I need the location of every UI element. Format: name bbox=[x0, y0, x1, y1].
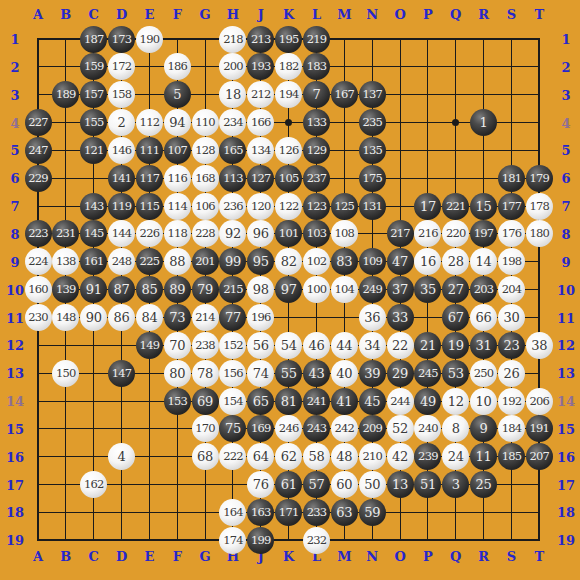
move-number: 85 bbox=[141, 283, 157, 296]
stone-A6[interactable]: 229 bbox=[25, 165, 52, 192]
stone-A8[interactable]: 223 bbox=[25, 220, 52, 247]
move-number: 4 bbox=[118, 450, 126, 463]
row-label-right-15: 15 bbox=[557, 422, 575, 435]
stone-N18[interactable]: 59 bbox=[359, 499, 386, 526]
move-number: 109 bbox=[362, 255, 382, 268]
row-label-right-18: 18 bbox=[557, 506, 575, 519]
stone-R14[interactable]: 10 bbox=[470, 388, 497, 415]
stone-N9[interactable]: 109 bbox=[359, 248, 386, 275]
stone-D7[interactable]: 119 bbox=[108, 193, 135, 220]
move-number: 18 bbox=[225, 88, 241, 101]
stone-O17[interactable]: 13 bbox=[387, 471, 414, 498]
col-label-bottom-C: C bbox=[89, 550, 99, 563]
row-label-left-19: 19 bbox=[6, 534, 24, 547]
stone-F11[interactable]: 73 bbox=[164, 304, 191, 331]
stone-F12[interactable]: 70 bbox=[164, 332, 191, 359]
move-number: 127 bbox=[251, 172, 271, 185]
move-number: 170 bbox=[195, 422, 215, 435]
col-label-top-A: A bbox=[33, 8, 43, 21]
stone-N12[interactable]: 34 bbox=[359, 332, 386, 359]
move-number: 196 bbox=[251, 311, 271, 324]
stone-F7[interactable]: 114 bbox=[164, 193, 191, 220]
stone-B13[interactable]: 150 bbox=[52, 360, 79, 387]
move-number: 221 bbox=[446, 200, 466, 213]
move-number: 50 bbox=[364, 478, 380, 491]
stone-F4[interactable]: 94 bbox=[164, 109, 191, 136]
move-number: 37 bbox=[392, 283, 408, 296]
stone-L7[interactable]: 123 bbox=[303, 193, 330, 220]
move-number: 100 bbox=[307, 283, 327, 296]
move-number: 189 bbox=[56, 88, 76, 101]
stone-N4[interactable]: 235 bbox=[359, 109, 386, 136]
stone-M16[interactable]: 48 bbox=[331, 443, 358, 470]
stone-M9[interactable]: 83 bbox=[331, 248, 358, 275]
move-number: 177 bbox=[502, 200, 522, 213]
stone-M10[interactable]: 104 bbox=[331, 276, 358, 303]
stone-K5[interactable]: 126 bbox=[275, 137, 302, 164]
move-number: 247 bbox=[28, 144, 48, 157]
move-number: 111 bbox=[140, 144, 160, 157]
stone-F14[interactable]: 153 bbox=[164, 388, 191, 415]
stone-T6[interactable]: 179 bbox=[526, 165, 553, 192]
move-number: 180 bbox=[530, 227, 550, 240]
move-number: 3 bbox=[452, 478, 460, 491]
stone-N3[interactable]: 137 bbox=[359, 81, 386, 108]
stone-L6[interactable]: 237 bbox=[303, 165, 330, 192]
stone-N7[interactable]: 131 bbox=[359, 193, 386, 220]
stone-O10[interactable]: 37 bbox=[387, 276, 414, 303]
stone-R11[interactable]: 66 bbox=[470, 304, 497, 331]
stone-F10[interactable]: 89 bbox=[164, 276, 191, 303]
stone-Q7[interactable]: 221 bbox=[442, 193, 469, 220]
row-label-left-14: 14 bbox=[6, 395, 24, 408]
stone-S10[interactable]: 204 bbox=[498, 276, 525, 303]
row-label-right-10: 10 bbox=[557, 283, 575, 296]
stone-F9[interactable]: 88 bbox=[164, 248, 191, 275]
move-number: 138 bbox=[56, 255, 76, 268]
move-number: 209 bbox=[362, 422, 382, 435]
move-number: 61 bbox=[281, 478, 297, 491]
stone-N10[interactable]: 249 bbox=[359, 276, 386, 303]
stone-O15[interactable]: 52 bbox=[387, 415, 414, 442]
move-number: 49 bbox=[420, 395, 436, 408]
move-number: 54 bbox=[281, 339, 297, 352]
move-number: 238 bbox=[195, 339, 215, 352]
stone-K12[interactable]: 54 bbox=[275, 332, 302, 359]
move-number: 2 bbox=[118, 116, 126, 129]
stone-J19[interactable]: 199 bbox=[247, 527, 274, 554]
col-label-top-F: F bbox=[173, 8, 182, 21]
stone-L1[interactable]: 219 bbox=[303, 26, 330, 53]
move-number: 96 bbox=[253, 227, 269, 240]
stone-G10[interactable]: 79 bbox=[192, 276, 219, 303]
stone-G15[interactable]: 170 bbox=[192, 415, 219, 442]
stone-G5[interactable]: 128 bbox=[192, 137, 219, 164]
move-number: 157 bbox=[84, 88, 104, 101]
col-label-bottom-K: K bbox=[283, 550, 294, 563]
stone-C5[interactable]: 121 bbox=[80, 137, 107, 164]
stone-E4[interactable]: 112 bbox=[136, 109, 163, 136]
col-label-bottom-A: A bbox=[33, 550, 43, 563]
stone-T7[interactable]: 178 bbox=[526, 193, 553, 220]
stone-O13[interactable]: 29 bbox=[387, 360, 414, 387]
move-number: 39 bbox=[364, 367, 380, 380]
stone-A11[interactable]: 230 bbox=[25, 304, 52, 331]
stone-D10[interactable]: 87 bbox=[108, 276, 135, 303]
stone-N6[interactable]: 175 bbox=[359, 165, 386, 192]
move-number: 219 bbox=[307, 33, 327, 46]
move-number: 40 bbox=[336, 367, 352, 380]
stone-L5[interactable]: 129 bbox=[303, 137, 330, 164]
col-label-bottom-E: E bbox=[144, 550, 154, 563]
stone-E1[interactable]: 190 bbox=[136, 26, 163, 53]
stone-R13[interactable]: 250 bbox=[470, 360, 497, 387]
stone-F8[interactable]: 118 bbox=[164, 220, 191, 247]
stone-J7[interactable]: 120 bbox=[247, 193, 274, 220]
move-number: 248 bbox=[112, 255, 132, 268]
stone-M18[interactable]: 63 bbox=[331, 499, 358, 526]
move-number: 5 bbox=[173, 88, 181, 101]
move-number: 178 bbox=[530, 200, 550, 213]
stone-K6[interactable]: 105 bbox=[275, 165, 302, 192]
move-number: 207 bbox=[530, 450, 550, 463]
stone-P7[interactable]: 17 bbox=[414, 193, 441, 220]
move-number: 88 bbox=[169, 255, 185, 268]
move-number: 110 bbox=[195, 116, 215, 129]
move-number: 47 bbox=[392, 255, 408, 268]
stone-J6[interactable]: 127 bbox=[247, 165, 274, 192]
stone-S14[interactable]: 192 bbox=[498, 388, 525, 415]
col-label-bottom-B: B bbox=[60, 550, 71, 563]
stone-J12[interactable]: 56 bbox=[247, 332, 274, 359]
stone-T8[interactable]: 180 bbox=[526, 220, 553, 247]
stone-S7[interactable]: 177 bbox=[498, 193, 525, 220]
move-number: 105 bbox=[279, 172, 299, 185]
stone-L18[interactable]: 233 bbox=[303, 499, 330, 526]
stone-H7[interactable]: 236 bbox=[219, 193, 246, 220]
stone-D4[interactable]: 2 bbox=[108, 109, 135, 136]
move-number: 29 bbox=[392, 367, 408, 380]
col-label-bottom-Q: Q bbox=[450, 550, 461, 563]
move-number: 174 bbox=[223, 534, 243, 547]
move-number: 57 bbox=[309, 478, 325, 491]
stone-C1[interactable]: 187 bbox=[80, 26, 107, 53]
stone-P13[interactable]: 245 bbox=[414, 360, 441, 387]
move-number: 173 bbox=[112, 33, 132, 46]
row-label-right-14: 14 bbox=[557, 395, 575, 408]
move-number: 214 bbox=[195, 311, 215, 324]
move-number: 121 bbox=[84, 144, 104, 157]
row-label-left-13: 13 bbox=[6, 367, 24, 380]
move-number: 223 bbox=[28, 227, 48, 240]
row-label-left-2: 2 bbox=[10, 60, 19, 73]
move-number: 120 bbox=[251, 200, 271, 213]
stone-H6[interactable]: 113 bbox=[219, 165, 246, 192]
move-number: 184 bbox=[502, 422, 522, 435]
move-number: 79 bbox=[197, 283, 213, 296]
stone-D13[interactable]: 147 bbox=[108, 360, 135, 387]
move-number: 179 bbox=[530, 172, 550, 185]
stone-N13[interactable]: 39 bbox=[359, 360, 386, 387]
col-label-bottom-R: R bbox=[478, 550, 489, 563]
col-label-top-D: D bbox=[116, 8, 127, 21]
move-number: 65 bbox=[253, 395, 269, 408]
stone-S12[interactable]: 23 bbox=[498, 332, 525, 359]
stone-R17[interactable]: 25 bbox=[470, 471, 497, 498]
move-number: 206 bbox=[530, 395, 550, 408]
col-label-top-T: T bbox=[534, 8, 544, 21]
move-number: 239 bbox=[418, 450, 438, 463]
stone-M12[interactable]: 44 bbox=[331, 332, 358, 359]
stone-T12[interactable]: 38 bbox=[526, 332, 553, 359]
move-number: 17 bbox=[420, 200, 436, 213]
move-number: 107 bbox=[167, 144, 187, 157]
move-number: 147 bbox=[112, 367, 132, 380]
stone-Q12[interactable]: 19 bbox=[442, 332, 469, 359]
stone-G12[interactable]: 238 bbox=[192, 332, 219, 359]
move-number: 131 bbox=[362, 200, 382, 213]
stone-F2[interactable]: 186 bbox=[164, 53, 191, 80]
move-number: 190 bbox=[140, 33, 160, 46]
stone-K18[interactable]: 171 bbox=[275, 499, 302, 526]
stone-G11[interactable]: 214 bbox=[192, 304, 219, 331]
stone-S6[interactable]: 181 bbox=[498, 165, 525, 192]
move-number: 146 bbox=[112, 144, 132, 157]
move-number: 38 bbox=[531, 339, 547, 352]
stone-F6[interactable]: 116 bbox=[164, 165, 191, 192]
move-number: 195 bbox=[279, 33, 299, 46]
stone-K14[interactable]: 81 bbox=[275, 388, 302, 415]
stone-A5[interactable]: 247 bbox=[25, 137, 52, 164]
col-label-bottom-N: N bbox=[366, 550, 378, 563]
col-label-bottom-O: O bbox=[394, 550, 405, 563]
move-number: 84 bbox=[141, 311, 157, 324]
stone-H13[interactable]: 156 bbox=[219, 360, 246, 387]
move-number: 81 bbox=[281, 395, 297, 408]
stone-G6[interactable]: 168 bbox=[192, 165, 219, 192]
move-number: 63 bbox=[336, 506, 352, 519]
stone-K7[interactable]: 122 bbox=[275, 193, 302, 220]
stone-E12[interactable]: 149 bbox=[136, 332, 163, 359]
row-label-left-12: 12 bbox=[6, 339, 24, 352]
stone-P14[interactable]: 49 bbox=[414, 388, 441, 415]
row-label-right-3: 3 bbox=[561, 88, 570, 101]
move-number: 149 bbox=[140, 339, 160, 352]
row-label-left-5: 5 bbox=[10, 144, 19, 157]
move-number: 204 bbox=[502, 283, 522, 296]
move-number: 133 bbox=[307, 116, 327, 129]
stone-J5[interactable]: 134 bbox=[247, 137, 274, 164]
stone-G14[interactable]: 69 bbox=[192, 388, 219, 415]
move-number: 224 bbox=[28, 255, 48, 268]
move-number: 51 bbox=[420, 478, 436, 491]
col-label-top-J: J bbox=[258, 8, 264, 21]
stone-Q13[interactable]: 53 bbox=[442, 360, 469, 387]
stone-J14[interactable]: 65 bbox=[247, 388, 274, 415]
stone-C7[interactable]: 143 bbox=[80, 193, 107, 220]
stone-D6[interactable]: 141 bbox=[108, 165, 135, 192]
stone-N14[interactable]: 45 bbox=[359, 388, 386, 415]
move-number: 158 bbox=[112, 88, 132, 101]
stone-T14[interactable]: 206 bbox=[526, 388, 553, 415]
stone-D1[interactable]: 173 bbox=[108, 26, 135, 53]
stone-O16[interactable]: 42 bbox=[387, 443, 414, 470]
stone-A9[interactable]: 224 bbox=[25, 248, 52, 275]
col-label-top-P: P bbox=[423, 8, 433, 21]
move-number: 237 bbox=[307, 172, 327, 185]
move-number: 101 bbox=[279, 227, 299, 240]
move-number: 53 bbox=[448, 367, 464, 380]
move-number: 185 bbox=[502, 450, 522, 463]
move-number: 194 bbox=[279, 88, 299, 101]
stone-L10[interactable]: 100 bbox=[303, 276, 330, 303]
move-number: 68 bbox=[197, 450, 213, 463]
move-number: 43 bbox=[309, 367, 325, 380]
move-number: 99 bbox=[225, 255, 241, 268]
stone-G4[interactable]: 110 bbox=[192, 109, 219, 136]
col-label-top-G: G bbox=[200, 8, 211, 21]
move-number: 74 bbox=[253, 367, 269, 380]
stone-S13[interactable]: 26 bbox=[498, 360, 525, 387]
move-number: 87 bbox=[114, 283, 130, 296]
stone-N17[interactable]: 50 bbox=[359, 471, 386, 498]
move-number: 220 bbox=[446, 227, 466, 240]
stone-H14[interactable]: 154 bbox=[219, 388, 246, 415]
move-number: 125 bbox=[335, 200, 355, 213]
stone-K1[interactable]: 195 bbox=[275, 26, 302, 53]
stone-J13[interactable]: 74 bbox=[247, 360, 274, 387]
stone-O12[interactable]: 22 bbox=[387, 332, 414, 359]
move-number: 122 bbox=[279, 200, 299, 213]
stone-M17[interactable]: 60 bbox=[331, 471, 358, 498]
stone-E11[interactable]: 84 bbox=[136, 304, 163, 331]
stone-L4[interactable]: 133 bbox=[303, 109, 330, 136]
stone-D11[interactable]: 86 bbox=[108, 304, 135, 331]
move-number: 10 bbox=[476, 395, 492, 408]
move-number: 169 bbox=[251, 422, 271, 435]
stone-N16[interactable]: 210 bbox=[359, 443, 386, 470]
row-label-right-11: 11 bbox=[557, 311, 575, 324]
move-number: 159 bbox=[84, 60, 104, 73]
move-number: 241 bbox=[307, 395, 327, 408]
stone-T16[interactable]: 207 bbox=[526, 443, 553, 470]
move-number: 104 bbox=[335, 283, 355, 296]
stone-E7[interactable]: 115 bbox=[136, 193, 163, 220]
stone-T15[interactable]: 191 bbox=[526, 415, 553, 442]
move-number: 33 bbox=[392, 311, 408, 324]
stone-H19[interactable]: 174 bbox=[219, 527, 246, 554]
stone-Q14[interactable]: 12 bbox=[442, 388, 469, 415]
move-number: 165 bbox=[223, 144, 243, 157]
stone-E6[interactable]: 117 bbox=[136, 165, 163, 192]
row-label-left-4: 4 bbox=[10, 116, 19, 129]
stone-L14[interactable]: 241 bbox=[303, 388, 330, 415]
move-number: 155 bbox=[84, 116, 104, 129]
stone-N11[interactable]: 36 bbox=[359, 304, 386, 331]
stone-C11[interactable]: 90 bbox=[80, 304, 107, 331]
stone-L3[interactable]: 7 bbox=[303, 81, 330, 108]
move-number: 191 bbox=[530, 422, 550, 435]
row-label-left-7: 7 bbox=[10, 200, 19, 213]
move-number: 23 bbox=[503, 339, 519, 352]
stone-G9[interactable]: 201 bbox=[192, 248, 219, 275]
stone-N5[interactable]: 135 bbox=[359, 137, 386, 164]
move-number: 82 bbox=[281, 255, 297, 268]
move-number: 199 bbox=[251, 534, 271, 547]
stone-L19[interactable]: 232 bbox=[303, 527, 330, 554]
col-label-top-K: K bbox=[283, 8, 294, 21]
move-number: 24 bbox=[448, 450, 464, 463]
stone-F3[interactable]: 5 bbox=[164, 81, 191, 108]
move-number: 70 bbox=[169, 339, 185, 352]
stone-R12[interactable]: 31 bbox=[470, 332, 497, 359]
stone-R7[interactable]: 15 bbox=[470, 193, 497, 220]
stone-J1[interactable]: 213 bbox=[247, 26, 274, 53]
move-number: 58 bbox=[309, 450, 325, 463]
stone-O9[interactable]: 47 bbox=[387, 248, 414, 275]
stone-O8[interactable]: 217 bbox=[387, 220, 414, 247]
stone-F5[interactable]: 107 bbox=[164, 137, 191, 164]
stone-H1[interactable]: 218 bbox=[219, 26, 246, 53]
stone-S16[interactable]: 185 bbox=[498, 443, 525, 470]
stone-E10[interactable]: 85 bbox=[136, 276, 163, 303]
stone-M13[interactable]: 40 bbox=[331, 360, 358, 387]
stone-G8[interactable]: 228 bbox=[192, 220, 219, 247]
move-number: 11 bbox=[476, 450, 492, 463]
stone-E5[interactable]: 111 bbox=[136, 137, 163, 164]
move-number: 114 bbox=[167, 200, 187, 213]
col-label-top-R: R bbox=[478, 8, 489, 21]
stone-M14[interactable]: 41 bbox=[331, 388, 358, 415]
stone-O11[interactable]: 33 bbox=[387, 304, 414, 331]
move-number: 30 bbox=[503, 311, 519, 324]
move-number: 200 bbox=[223, 60, 243, 73]
stone-G7[interactable]: 106 bbox=[192, 193, 219, 220]
move-number: 86 bbox=[114, 311, 130, 324]
stone-R4[interactable]: 1 bbox=[470, 109, 497, 136]
move-number: 166 bbox=[251, 116, 271, 129]
go-board-diagram[interactable]: AABBCCDDEEFFGGHHJJKKLLMMNNOOPPQQRRSSTT11… bbox=[0, 0, 580, 580]
move-number: 31 bbox=[476, 339, 492, 352]
stone-E9[interactable]: 225 bbox=[136, 248, 163, 275]
move-number: 95 bbox=[253, 255, 269, 268]
stone-A10[interactable]: 160 bbox=[25, 276, 52, 303]
stone-F13[interactable]: 80 bbox=[164, 360, 191, 387]
stone-M3[interactable]: 167 bbox=[331, 81, 358, 108]
stone-O14[interactable]: 244 bbox=[387, 388, 414, 415]
col-label-top-C: C bbox=[89, 8, 99, 21]
move-number: 112 bbox=[140, 116, 160, 129]
stone-G13[interactable]: 78 bbox=[192, 360, 219, 387]
stone-A4[interactable]: 227 bbox=[25, 109, 52, 136]
move-number: 36 bbox=[364, 311, 380, 324]
move-number: 192 bbox=[502, 395, 522, 408]
stone-L12[interactable]: 46 bbox=[303, 332, 330, 359]
row-label-right-12: 12 bbox=[557, 339, 575, 352]
stone-L13[interactable]: 43 bbox=[303, 360, 330, 387]
move-number: 62 bbox=[281, 450, 297, 463]
stone-K13[interactable]: 55 bbox=[275, 360, 302, 387]
stone-L17[interactable]: 57 bbox=[303, 471, 330, 498]
move-number: 236 bbox=[223, 200, 243, 213]
stone-N15[interactable]: 209 bbox=[359, 415, 386, 442]
stone-D5[interactable]: 146 bbox=[108, 137, 135, 164]
stone-G16[interactable]: 68 bbox=[192, 443, 219, 470]
stone-S11[interactable]: 30 bbox=[498, 304, 525, 331]
col-label-top-O: O bbox=[394, 8, 405, 21]
stone-M7[interactable]: 125 bbox=[331, 193, 358, 220]
move-number: 240 bbox=[418, 422, 438, 435]
